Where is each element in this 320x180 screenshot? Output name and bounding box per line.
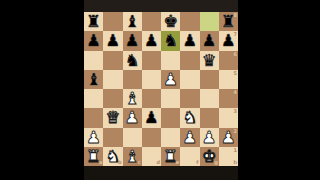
square-a8[interactable]: ♜: [84, 12, 103, 31]
file-label-e: e: [176, 160, 179, 165]
square-b3[interactable]: ♛: [103, 108, 122, 127]
square-f1[interactable]: f: [180, 147, 199, 166]
square-c3[interactable]: ♟: [123, 108, 142, 127]
square-h6[interactable]: 6: [219, 51, 238, 70]
square-d3[interactable]: ♟: [142, 108, 161, 127]
black-pawn: ♟: [142, 31, 161, 50]
square-b7[interactable]: ♟: [103, 31, 122, 50]
black-knight: ♞: [123, 51, 142, 70]
square-a7[interactable]: ♟: [84, 31, 103, 50]
rank-label-7: 7: [234, 32, 237, 37]
square-b4[interactable]: [103, 89, 122, 108]
white-queen: ♛: [103, 108, 122, 127]
square-g3[interactable]: [200, 108, 219, 127]
chess-board: ♜♝♚♜8♟♟♟♟♞♟♟♟7♞♛6♝♟5♝4♛♟♟♞3♟♟♟♟2♜a♞b♝cd♜…: [84, 12, 238, 166]
square-c7[interactable]: ♟: [123, 31, 142, 50]
white-pawn: ♟: [200, 128, 219, 147]
square-f3[interactable]: ♞: [180, 108, 199, 127]
white-rook: ♜: [161, 147, 180, 166]
square-a6[interactable]: [84, 51, 103, 70]
square-f8[interactable]: [180, 12, 199, 31]
rank-label-1: 1: [234, 148, 237, 153]
square-e7[interactable]: ♞: [161, 31, 180, 50]
file-label-f: f: [196, 160, 198, 165]
square-h1[interactable]: h1: [219, 147, 238, 166]
square-g4[interactable]: [200, 89, 219, 108]
square-f7[interactable]: ♟: [180, 31, 199, 50]
square-d6[interactable]: [142, 51, 161, 70]
square-f5[interactable]: [180, 70, 199, 89]
file-label-b: b: [118, 160, 122, 165]
white-knight: ♞: [180, 108, 199, 127]
square-e4[interactable]: [161, 89, 180, 108]
square-e1[interactable]: ♜e: [161, 147, 180, 166]
file-label-g: g: [214, 160, 218, 165]
square-h8[interactable]: ♜8: [219, 12, 238, 31]
square-h4[interactable]: 4: [219, 89, 238, 108]
rank-label-4: 4: [234, 90, 237, 95]
black-pawn: ♟: [180, 31, 199, 50]
white-pawn: ♟: [123, 108, 142, 127]
square-e8[interactable]: ♚: [161, 12, 180, 31]
rank-label-8: 8: [234, 13, 237, 18]
white-pawn: ♟: [84, 128, 103, 147]
black-knight: ♞: [161, 31, 180, 50]
square-h7[interactable]: ♟7: [219, 31, 238, 50]
black-pawn: ♟: [103, 31, 122, 50]
black-rook: ♜: [84, 12, 103, 31]
square-e2[interactable]: [161, 128, 180, 147]
square-d1[interactable]: d: [142, 147, 161, 166]
square-c2[interactable]: [123, 128, 142, 147]
black-pawn: ♟: [200, 31, 219, 50]
white-bishop: ♝: [123, 89, 142, 108]
black-pawn: ♟: [123, 31, 142, 50]
rank-label-6: 6: [234, 52, 237, 57]
square-g6[interactable]: ♛: [200, 51, 219, 70]
square-d7[interactable]: ♟: [142, 31, 161, 50]
file-label-h: h: [233, 160, 237, 165]
square-a5[interactable]: ♝: [84, 70, 103, 89]
square-h3[interactable]: 3: [219, 108, 238, 127]
black-king: ♚: [161, 12, 180, 31]
square-b8[interactable]: [103, 12, 122, 31]
square-e6[interactable]: [161, 51, 180, 70]
white-pawn: ♟: [219, 128, 238, 147]
square-b6[interactable]: [103, 51, 122, 70]
square-c6[interactable]: ♞: [123, 51, 142, 70]
black-bishop: ♝: [84, 70, 103, 89]
square-f4[interactable]: [180, 89, 199, 108]
square-g1[interactable]: ♚g: [200, 147, 219, 166]
square-a3[interactable]: [84, 108, 103, 127]
square-d2[interactable]: [142, 128, 161, 147]
square-c1[interactable]: ♝c: [123, 147, 142, 166]
square-d8[interactable]: [142, 12, 161, 31]
square-b1[interactable]: ♞b: [103, 147, 122, 166]
black-bishop: ♝: [123, 12, 142, 31]
square-d4[interactable]: [142, 89, 161, 108]
square-e5[interactable]: ♟: [161, 70, 180, 89]
square-e3[interactable]: [161, 108, 180, 127]
square-h2[interactable]: ♟2: [219, 128, 238, 147]
rank-label-5: 5: [234, 71, 237, 76]
white-bishop: ♝: [123, 147, 142, 166]
square-g5[interactable]: [200, 70, 219, 89]
square-f2[interactable]: ♟: [180, 128, 199, 147]
black-rook: ♜: [219, 12, 238, 31]
letterbox-bottom: [84, 166, 238, 180]
square-g2[interactable]: ♟: [200, 128, 219, 147]
black-pawn: ♟: [84, 31, 103, 50]
square-g7[interactable]: ♟: [200, 31, 219, 50]
square-c4[interactable]: ♝: [123, 89, 142, 108]
square-f6[interactable]: [180, 51, 199, 70]
rank-label-2: 2: [234, 129, 237, 134]
white-knight: ♞: [103, 147, 122, 166]
square-a1[interactable]: ♜a: [84, 147, 103, 166]
square-d5[interactable]: [142, 70, 161, 89]
white-king: ♚: [200, 147, 219, 166]
square-g8[interactable]: [200, 12, 219, 31]
file-label-d: d: [156, 160, 160, 165]
black-pawn: ♟: [142, 108, 161, 127]
square-b5[interactable]: [103, 70, 122, 89]
rank-label-3: 3: [234, 109, 237, 114]
square-b2[interactable]: [103, 128, 122, 147]
black-queen: ♛: [200, 51, 219, 70]
white-pawn: ♟: [180, 128, 199, 147]
square-c8[interactable]: ♝: [123, 12, 142, 31]
white-rook: ♜: [84, 147, 103, 166]
letterbox-top: [84, 0, 238, 12]
file-label-c: c: [138, 160, 141, 165]
white-pawn: ♟: [161, 70, 180, 89]
square-a4[interactable]: [84, 89, 103, 108]
square-c5[interactable]: [123, 70, 142, 89]
black-pawn: ♟: [219, 31, 238, 50]
square-a2[interactable]: ♟: [84, 128, 103, 147]
file-label-a: a: [99, 160, 102, 165]
square-h5[interactable]: 5: [219, 70, 238, 89]
